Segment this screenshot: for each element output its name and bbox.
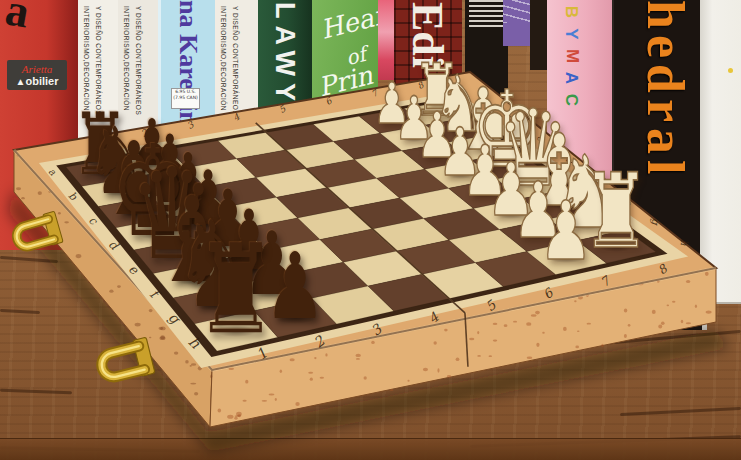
scene: aArietta▲obilierINTERIORISMO,DECORACIÓNY… <box>0 0 741 460</box>
pieces-layer: ♜♞♝♚♛♝♞♜♟♟♟♟♟♟♟♟♟♟♟♟♟♟♟♟♜♞♝♚♛♝♞♜ <box>0 0 741 460</box>
piece-light-pawn-h7[interactable]: ♟ <box>505 191 628 272</box>
piece-dark-rook-h1[interactable]: ♜ <box>174 228 297 351</box>
